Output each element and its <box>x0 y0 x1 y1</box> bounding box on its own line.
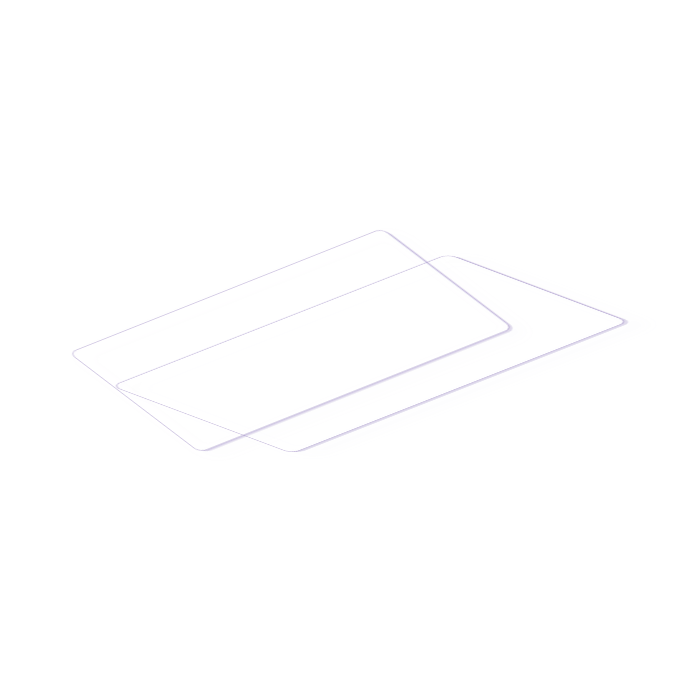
product-photo-scene <box>0 0 700 700</box>
